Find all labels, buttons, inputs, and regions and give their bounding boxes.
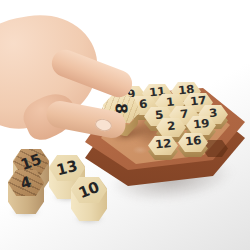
loose-piece-4[interactable]: 4	[8, 170, 44, 214]
loose-piece-10[interactable]: 10	[71, 177, 107, 221]
puzzle-piece-16[interactable]: 16	[178, 133, 208, 157]
scene: 9111861175732191216 8 1513410	[0, 0, 250, 250]
puzzle-piece-12[interactable]: 12	[148, 136, 178, 160]
